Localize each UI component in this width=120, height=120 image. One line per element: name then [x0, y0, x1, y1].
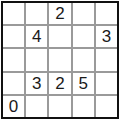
cell-r1c3-clue[interactable]: 2	[49, 3, 70, 24]
cell-r4c2-clue[interactable]: 3	[26, 73, 47, 94]
cell-r3c5[interactable]	[96, 49, 117, 70]
cell-r3c1[interactable]	[3, 49, 24, 70]
cell-r4c4-clue[interactable]: 5	[73, 73, 94, 94]
cell-r1c1[interactable]	[3, 3, 24, 24]
cell-r2c3[interactable]	[49, 26, 70, 47]
puzzle-board-wrapper: 2433250	[0, 0, 120, 120]
cell-r3c3[interactable]	[49, 49, 70, 70]
cell-r5c2[interactable]	[26, 96, 47, 117]
cell-r4c3-clue[interactable]: 2	[49, 73, 70, 94]
cell-r2c4[interactable]	[73, 26, 94, 47]
cell-r2c1[interactable]	[3, 26, 24, 47]
cell-r1c4[interactable]	[73, 3, 94, 24]
cell-r4c5[interactable]	[96, 73, 117, 94]
cell-r5c1-clue[interactable]: 0	[3, 96, 24, 117]
cell-r1c2[interactable]	[26, 3, 47, 24]
cell-r4c1[interactable]	[3, 73, 24, 94]
cell-r2c2-clue[interactable]: 4	[26, 26, 47, 47]
puzzle-board: 2433250	[1, 1, 119, 119]
cell-r2c5-clue[interactable]: 3	[96, 26, 117, 47]
cell-r3c4[interactable]	[73, 49, 94, 70]
cell-r1c5[interactable]	[96, 3, 117, 24]
cell-r5c3[interactable]	[49, 96, 70, 117]
cell-r5c5[interactable]	[96, 96, 117, 117]
cell-r3c2[interactable]	[26, 49, 47, 70]
cell-r5c4[interactable]	[73, 96, 94, 117]
